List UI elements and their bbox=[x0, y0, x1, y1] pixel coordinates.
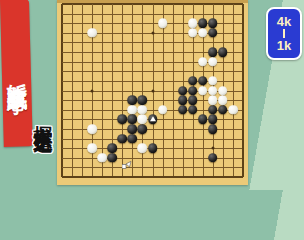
white-stone bbox=[208, 95, 218, 105]
white-stone bbox=[228, 105, 238, 115]
star-point bbox=[211, 147, 214, 150]
white-stone bbox=[158, 105, 168, 115]
black-stone bbox=[208, 124, 218, 134]
black-stone bbox=[188, 95, 198, 105]
black-stone bbox=[218, 47, 228, 57]
black-stone bbox=[107, 143, 117, 153]
black-stone bbox=[188, 76, 198, 86]
black-stone bbox=[208, 47, 218, 57]
black-stone bbox=[178, 105, 188, 115]
go-board[interactable] bbox=[57, 0, 248, 185]
black-stone bbox=[188, 105, 198, 115]
black-stone bbox=[118, 134, 128, 144]
black-stone bbox=[107, 153, 117, 163]
black-stone bbox=[208, 28, 218, 38]
black-stone bbox=[198, 115, 208, 125]
black-stone bbox=[198, 76, 208, 86]
black-stone bbox=[188, 86, 198, 96]
black-stone bbox=[128, 134, 138, 144]
white-stone bbox=[138, 143, 148, 153]
white-stone bbox=[128, 105, 138, 115]
black-stone bbox=[128, 95, 138, 105]
white-stone bbox=[87, 143, 97, 153]
star-point bbox=[151, 31, 154, 34]
white-stone bbox=[188, 28, 198, 38]
black-stone bbox=[198, 18, 208, 28]
last-move-triangle-marker bbox=[150, 117, 156, 122]
white-stone bbox=[198, 86, 208, 96]
subtitle-column: 探索棋之正道 bbox=[29, 46, 57, 186]
white-stone bbox=[208, 76, 218, 86]
banner-title-text: 斩断实战恶手 bbox=[2, 67, 31, 80]
go-board-grid[interactable] bbox=[62, 4, 243, 177]
black-stone bbox=[208, 153, 218, 163]
white-stone bbox=[218, 86, 228, 96]
black-stone bbox=[178, 95, 188, 105]
star-point bbox=[91, 89, 94, 92]
grid-line-vertical bbox=[242, 4, 244, 177]
white-stone bbox=[198, 57, 208, 67]
grid-line-vertical bbox=[233, 4, 234, 177]
rank-badge-divider bbox=[283, 29, 285, 38]
grid-line-vertical bbox=[163, 4, 164, 177]
black-stone bbox=[208, 18, 218, 28]
cursor-arrow-icon bbox=[122, 156, 132, 174]
video-thumbnail: { "banner": { "text": "斩断实战恶手" }, "subti… bbox=[0, 0, 304, 190]
black-stone bbox=[128, 124, 138, 134]
black-stone bbox=[178, 86, 188, 96]
rank-badge-bottom: 1k bbox=[277, 39, 291, 52]
black-stone bbox=[138, 124, 148, 134]
black-stone bbox=[208, 115, 218, 125]
white-stone bbox=[208, 57, 218, 67]
black-stone bbox=[218, 105, 228, 115]
white-stone bbox=[198, 28, 208, 38]
black-stone bbox=[128, 115, 138, 125]
white-stone bbox=[87, 28, 97, 38]
grid-line-horizontal bbox=[62, 176, 243, 178]
white-stone bbox=[87, 124, 97, 134]
white-stone bbox=[158, 18, 168, 28]
grid-line-vertical bbox=[173, 4, 174, 177]
grid-line-horizontal bbox=[62, 167, 243, 168]
white-stone bbox=[208, 86, 218, 96]
white-stone bbox=[218, 95, 228, 105]
black-stone bbox=[118, 115, 128, 125]
white-stone bbox=[138, 105, 148, 115]
rank-badge: 4k 1k bbox=[266, 7, 302, 60]
rank-badge-top: 4k bbox=[277, 15, 291, 28]
black-stone bbox=[208, 105, 218, 115]
white-stone bbox=[188, 18, 198, 28]
white-stone bbox=[138, 115, 148, 125]
white-stone bbox=[97, 153, 107, 163]
black-stone bbox=[148, 143, 158, 153]
title-banner: 斩断实战恶手 bbox=[0, 0, 33, 147]
grid-line-horizontal bbox=[62, 139, 243, 140]
black-stone bbox=[138, 95, 148, 105]
star-point bbox=[151, 89, 154, 92]
subtitle-text: 探索棋之正道 bbox=[29, 110, 57, 122]
